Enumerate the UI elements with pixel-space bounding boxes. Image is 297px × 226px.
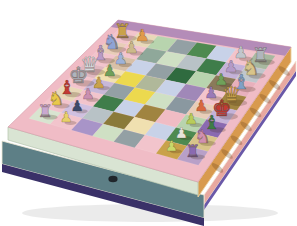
piece-left-rook: ♜ — [37, 101, 53, 121]
chess-set-photo: ♜♟♞♟♟♝♜♟♛♟♞♟♚♟♟♝♝♟♟♛♞♟♟♚♜♟♟♝♟♞♟♜ — [0, 0, 297, 226]
piece-left-pawn: ♟ — [60, 109, 73, 125]
drawer-finger-hole — [108, 176, 117, 182]
chess-scene-svg: ♜♟♞♟♟♝♜♟♛♟♞♟♚♟♟♝♝♟♟♛♞♟♟♚♜♟♟♝♟♞♟♜ — [0, 0, 297, 226]
piece-right-pawn: ♟ — [165, 138, 178, 154]
piece-right-rook: ♜ — [185, 141, 201, 161]
